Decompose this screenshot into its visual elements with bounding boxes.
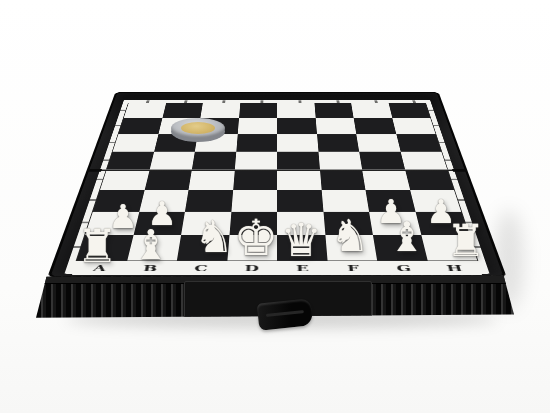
piece-knight-f1: ♞ — [330, 214, 369, 258]
piece-rook-h1: ♜ — [446, 219, 485, 263]
piece-bishop-g1: ♝ — [389, 217, 426, 258]
piece-knight-c1: ♞ — [194, 215, 233, 259]
piece-bishop-b1: ♝ — [133, 225, 170, 266]
piece-queen-e1: ♛ — [280, 217, 321, 263]
piece-king-d1: ♚ — [234, 213, 279, 263]
piece-rook-a1: ♜ — [76, 223, 117, 269]
chess-set-photo: ABCDEFGH ♟♟♟♟♜♝♞♚♛♞♝♜ — [0, 0, 550, 413]
pieces-layer: ♟♟♟♟♜♝♞♚♛♞♝♜ — [0, 0, 550, 413]
